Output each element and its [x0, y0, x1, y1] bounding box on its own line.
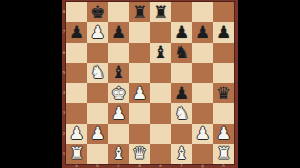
square-b4[interactable]	[87, 83, 108, 103]
rank-label-7: 7	[62, 30, 66, 34]
rank-label-6: 6	[62, 51, 66, 55]
square-g7[interactable]: ♟	[192, 22, 213, 42]
square-f2[interactable]	[171, 124, 192, 144]
piece-black-pawn-a7: ♟	[69, 23, 84, 40]
file-label-g: g	[192, 164, 213, 168]
piece-white-bishop-f1: ♝	[174, 145, 189, 162]
screenshot-background: ♚♜♜♟♟♟♟♟♟♝♞♞♝♚♟♟♛♟♞♟♟♟♟♜♝♛♝♜ 87654321abc…	[0, 0, 300, 168]
square-c3[interactable]: ♟	[108, 103, 129, 123]
square-c5[interactable]: ♝	[108, 63, 129, 83]
square-a6[interactable]	[66, 43, 87, 63]
square-a8[interactable]	[66, 2, 87, 22]
piece-white-king-c4: ♚	[111, 84, 126, 101]
square-g1[interactable]	[192, 144, 213, 164]
piece-black-king-b8: ♚	[90, 3, 105, 20]
file-label-e: e	[150, 164, 171, 168]
piece-white-pawn-b2: ♟	[90, 125, 105, 142]
square-a5[interactable]	[66, 63, 87, 83]
square-g2[interactable]: ♟	[192, 124, 213, 144]
square-d7[interactable]	[129, 22, 150, 42]
piece-black-rook-d8: ♜	[132, 3, 147, 20]
chess-board: ♚♜♜♟♟♟♟♟♟♝♞♞♝♚♟♟♛♟♞♟♟♟♟♜♝♛♝♜	[66, 2, 234, 164]
square-g3[interactable]	[192, 103, 213, 123]
piece-black-pawn-g7: ♟	[195, 23, 210, 40]
square-e8[interactable]: ♜	[150, 2, 171, 22]
piece-white-pawn-a2: ♟	[69, 125, 84, 142]
square-c2[interactable]	[108, 124, 129, 144]
square-h7[interactable]: ♟	[213, 22, 234, 42]
piece-white-pawn-d4: ♟	[132, 84, 147, 101]
square-d4[interactable]: ♟	[129, 83, 150, 103]
square-a4[interactable]	[66, 83, 87, 103]
piece-white-rook-a1: ♜	[69, 145, 84, 162]
square-h5[interactable]	[213, 63, 234, 83]
piece-white-pawn-c3: ♟	[111, 104, 126, 121]
piece-white-rook-h1: ♜	[216, 145, 231, 162]
file-label-h: h	[213, 164, 234, 168]
square-e6[interactable]: ♝	[150, 43, 171, 63]
square-f3[interactable]: ♞	[171, 103, 192, 123]
piece-black-bishop-e6: ♝	[153, 44, 168, 61]
piece-white-pawn-h2: ♟	[216, 125, 231, 142]
square-a1[interactable]: ♜	[66, 144, 87, 164]
piece-black-queen-h4: ♛	[216, 84, 231, 101]
piece-white-queen-d1: ♛	[132, 145, 147, 162]
square-f6[interactable]: ♞	[171, 43, 192, 63]
square-h2[interactable]: ♟	[213, 124, 234, 144]
square-e4[interactable]	[150, 83, 171, 103]
square-g6[interactable]	[192, 43, 213, 63]
square-e2[interactable]	[150, 124, 171, 144]
square-h6[interactable]	[213, 43, 234, 63]
square-a3[interactable]	[66, 103, 87, 123]
square-c4[interactable]: ♚	[108, 83, 129, 103]
rank-label-5: 5	[62, 71, 66, 75]
rank-label-4: 4	[62, 91, 66, 95]
piece-white-knight-f3: ♞	[174, 104, 189, 121]
square-b1[interactable]	[87, 144, 108, 164]
square-g5[interactable]	[192, 63, 213, 83]
chess-board-frame: ♚♜♜♟♟♟♟♟♟♝♞♞♝♚♟♟♛♟♞♟♟♟♟♜♝♛♝♜ 87654321abc…	[62, 0, 238, 168]
square-b7[interactable]: ♟	[87, 22, 108, 42]
square-b2[interactable]: ♟	[87, 124, 108, 144]
piece-black-pawn-c7: ♟	[111, 23, 126, 40]
square-b6[interactable]	[87, 43, 108, 63]
piece-black-bishop-c5: ♝	[111, 64, 126, 81]
square-g8[interactable]	[192, 2, 213, 22]
square-c8[interactable]	[108, 2, 129, 22]
piece-white-bishop-c1: ♝	[111, 145, 126, 162]
square-b3[interactable]	[87, 103, 108, 123]
file-label-a: a	[66, 164, 87, 168]
square-h1[interactable]: ♜	[213, 144, 234, 164]
square-f5[interactable]	[171, 63, 192, 83]
file-label-b: b	[87, 164, 108, 168]
square-c1[interactable]: ♝	[108, 144, 129, 164]
square-h8[interactable]	[213, 2, 234, 22]
piece-black-knight-f6: ♞	[174, 44, 189, 61]
square-d1[interactable]: ♛	[129, 144, 150, 164]
piece-white-pawn-b7: ♟	[90, 23, 105, 40]
square-e1[interactable]	[150, 144, 171, 164]
piece-black-rook-e8: ♜	[153, 3, 168, 20]
square-c7[interactable]: ♟	[108, 22, 129, 42]
square-f1[interactable]: ♝	[171, 144, 192, 164]
square-d3[interactable]	[129, 103, 150, 123]
square-a2[interactable]: ♟	[66, 124, 87, 144]
rank-label-3: 3	[62, 111, 66, 115]
file-label-f: f	[171, 164, 192, 168]
square-a7[interactable]: ♟	[66, 22, 87, 42]
square-b5[interactable]: ♞	[87, 63, 108, 83]
square-d6[interactable]	[129, 43, 150, 63]
piece-white-pawn-g2: ♟	[195, 125, 210, 142]
piece-black-pawn-f7: ♟	[174, 23, 189, 40]
square-d5[interactable]	[129, 63, 150, 83]
square-h3[interactable]	[213, 103, 234, 123]
rank-label-8: 8	[62, 10, 66, 14]
rank-label-2: 2	[62, 132, 66, 136]
file-label-d: d	[129, 164, 150, 168]
piece-white-knight-b5: ♞	[90, 64, 105, 81]
piece-black-pawn-f4: ♟	[174, 84, 189, 101]
square-b8[interactable]: ♚	[87, 2, 108, 22]
square-f8[interactable]	[171, 2, 192, 22]
square-d8[interactable]: ♜	[129, 2, 150, 22]
square-e3[interactable]	[150, 103, 171, 123]
file-label-c: c	[108, 164, 129, 168]
square-e5[interactable]	[150, 63, 171, 83]
square-f7[interactable]: ♟	[171, 22, 192, 42]
rank-label-1: 1	[62, 152, 66, 156]
square-h4[interactable]: ♛	[213, 83, 234, 103]
square-g4[interactable]	[192, 83, 213, 103]
square-c6[interactable]	[108, 43, 129, 63]
piece-black-pawn-h7: ♟	[216, 23, 231, 40]
square-f4[interactable]: ♟	[171, 83, 192, 103]
square-e7[interactable]	[150, 22, 171, 42]
square-d2[interactable]	[129, 124, 150, 144]
